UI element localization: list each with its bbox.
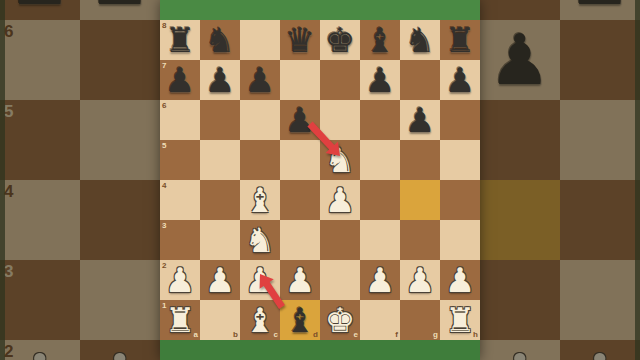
square-h7[interactable]: ♟ [440,60,480,100]
square-a5[interactable]: 5 [160,140,200,180]
piece-white-knight[interactable]: ♞ [240,220,280,260]
square-h3[interactable] [440,220,480,260]
square-d2[interactable]: ♟ [280,260,320,300]
square-a1[interactable]: 1a♜ [160,300,200,340]
square-h6[interactable] [440,100,480,140]
square-d8[interactable]: ♛ [280,20,320,60]
square-b3[interactable] [200,220,240,260]
square-c4[interactable]: ♝ [240,180,280,220]
square-f5[interactable] [360,140,400,180]
square-e8[interactable]: ♚ [320,20,360,60]
square-e5[interactable]: ♞ [320,140,360,180]
square-b4[interactable] [200,180,240,220]
piece-black-knight[interactable]: ♞ [200,20,240,60]
file-label-d: d [313,330,318,339]
piece-white-bishop[interactable]: ♝ [240,180,280,220]
video-center-column: 8♜♞♛♚♝♞♜7♟♟♟♟♟6♟♟5♞4♝♟3♞2♟♟♟♟♟♟♟1a♜bc♝d♝… [160,0,480,360]
rank-label-4: 4 [162,181,166,190]
green-bar-top [160,0,480,20]
piece-white-pawn[interactable]: ♟ [200,260,240,300]
rank-label-7: 7 [162,61,166,70]
video-frame: 7♟♟65432♟♟ ♟♟♟♟ 8♜♞♛♚♝♞♜7♟♟♟♟♟6♟♟5♞4♝♟3♞… [0,0,640,360]
square-d5[interactable] [280,140,320,180]
square-a3[interactable]: 3 [160,220,200,260]
square-f4[interactable] [360,180,400,220]
square-e7[interactable] [320,60,360,100]
green-bar-bottom [160,340,480,360]
square-a2[interactable]: 2♟ [160,260,200,300]
piece-black-bishop[interactable]: ♝ [360,20,400,60]
piece-black-queen[interactable]: ♛ [280,20,320,60]
piece-white-pawn[interactable]: ♟ [280,260,320,300]
square-h4[interactable] [440,180,480,220]
square-f2[interactable]: ♟ [360,260,400,300]
square-b6[interactable] [200,100,240,140]
piece-black-knight[interactable]: ♞ [400,20,440,60]
piece-black-pawn[interactable]: ♟ [200,60,240,100]
square-c5[interactable] [240,140,280,180]
rank-label-6: 6 [162,101,166,110]
square-c7[interactable]: ♟ [240,60,280,100]
piece-white-pawn[interactable]: ♟ [400,260,440,300]
file-label-a: a [194,330,198,339]
square-f6[interactable] [360,100,400,140]
piece-black-pawn[interactable]: ♟ [240,60,280,100]
piece-black-pawn[interactable]: ♟ [400,100,440,140]
square-g1[interactable]: g [400,300,440,340]
square-h8[interactable]: ♜ [440,20,480,60]
square-d6[interactable]: ♟ [280,100,320,140]
square-g7[interactable] [400,60,440,100]
square-e2[interactable] [320,260,360,300]
square-g8[interactable]: ♞ [400,20,440,60]
square-a6[interactable]: 6 [160,100,200,140]
square-b5[interactable] [200,140,240,180]
background-left-panel-dim-overlay [0,0,160,360]
square-a7[interactable]: 7♟ [160,60,200,100]
square-c6[interactable] [240,100,280,140]
piece-white-knight[interactable]: ♞ [320,140,360,180]
file-label-g: g [433,330,438,339]
square-d4[interactable] [280,180,320,220]
file-label-c: c [274,330,278,339]
square-h5[interactable] [440,140,480,180]
square-d1[interactable]: d♝ [280,300,320,340]
piece-white-pawn[interactable]: ♟ [360,260,400,300]
square-a4[interactable]: 4 [160,180,200,220]
square-f1[interactable]: f [360,300,400,340]
rank-label-8: 8 [162,21,166,30]
file-label-f: f [395,330,398,339]
file-label-b: b [233,330,238,339]
square-c2[interactable]: ♟ [240,260,280,300]
piece-black-rook[interactable]: ♜ [440,20,480,60]
chess-board[interactable]: 8♜♞♛♚♝♞♜7♟♟♟♟♟6♟♟5♞4♝♟3♞2♟♟♟♟♟♟♟1a♜bc♝d♝… [160,20,480,340]
square-b2[interactable]: ♟ [200,260,240,300]
square-g4[interactable] [400,180,440,220]
rank-label-2: 2 [162,261,166,270]
rank-label-1: 1 [162,301,166,310]
file-label-h: h [473,330,478,339]
square-c3[interactable]: ♞ [240,220,280,260]
background-right-panel-dim-overlay [480,0,640,360]
piece-black-pawn[interactable]: ♟ [440,60,480,100]
piece-white-pawn[interactable]: ♟ [440,260,480,300]
file-label-e: e [354,330,358,339]
square-e6[interactable] [320,100,360,140]
background-left-panel: 7♟♟65432♟♟ [0,0,160,360]
square-f8[interactable]: ♝ [360,20,400,60]
square-f3[interactable] [360,220,400,260]
square-b8[interactable]: ♞ [200,20,240,60]
square-d3[interactable] [280,220,320,260]
square-e4[interactable]: ♟ [320,180,360,220]
background-right-panel: ♟♟♟♟ [480,0,640,360]
square-g5[interactable] [400,140,440,180]
square-b7[interactable]: ♟ [200,60,240,100]
square-h1[interactable]: h♜ [440,300,480,340]
square-c8[interactable] [240,20,280,60]
square-g2[interactable]: ♟ [400,260,440,300]
square-c1[interactable]: c♝ [240,300,280,340]
piece-white-pawn[interactable]: ♟ [320,180,360,220]
piece-black-pawn[interactable]: ♟ [280,100,320,140]
piece-black-king[interactable]: ♚ [320,20,360,60]
square-g3[interactable] [400,220,440,260]
square-e3[interactable] [320,220,360,260]
square-h2[interactable]: ♟ [440,260,480,300]
square-e1[interactable]: e♚ [320,300,360,340]
square-b1[interactable]: b [200,300,240,340]
rank-label-5: 5 [162,141,166,150]
square-d7[interactable] [280,60,320,100]
square-g6[interactable]: ♟ [400,100,440,140]
rank-label-3: 3 [162,221,166,230]
square-a8[interactable]: 8♜ [160,20,200,60]
square-f7[interactable]: ♟ [360,60,400,100]
piece-white-pawn[interactable]: ♟ [240,260,280,300]
piece-black-pawn[interactable]: ♟ [360,60,400,100]
